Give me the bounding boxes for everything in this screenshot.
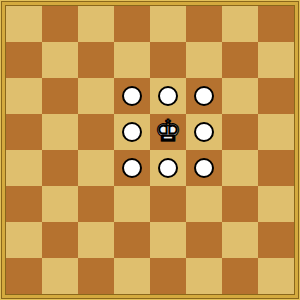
square-b1[interactable]: [42, 258, 78, 294]
square-d3[interactable]: [114, 186, 150, 222]
square-h4[interactable]: [258, 150, 294, 186]
square-c7[interactable]: [78, 42, 114, 78]
square-a4[interactable]: [6, 150, 42, 186]
square-h3[interactable]: [258, 186, 294, 222]
move-hint-d6: [122, 86, 142, 106]
move-hint-f6: [194, 86, 214, 106]
square-e1[interactable]: [150, 258, 186, 294]
square-c8[interactable]: [78, 6, 114, 42]
square-d1[interactable]: [114, 258, 150, 294]
square-g4[interactable]: [222, 150, 258, 186]
square-g7[interactable]: [222, 42, 258, 78]
square-d2[interactable]: [114, 222, 150, 258]
square-e6[interactable]: [150, 78, 186, 114]
square-d6[interactable]: [114, 78, 150, 114]
square-c5[interactable]: [78, 114, 114, 150]
move-hint-e4: [158, 158, 178, 178]
square-f4[interactable]: [186, 150, 222, 186]
square-a6[interactable]: [6, 78, 42, 114]
square-a2[interactable]: [6, 222, 42, 258]
square-a3[interactable]: [6, 186, 42, 222]
square-h8[interactable]: [258, 6, 294, 42]
square-g2[interactable]: [222, 222, 258, 258]
square-c2[interactable]: [78, 222, 114, 258]
square-h2[interactable]: [258, 222, 294, 258]
square-e8[interactable]: [150, 6, 186, 42]
square-g3[interactable]: [222, 186, 258, 222]
square-e7[interactable]: [150, 42, 186, 78]
square-b4[interactable]: [42, 150, 78, 186]
square-c6[interactable]: [78, 78, 114, 114]
square-e2[interactable]: [150, 222, 186, 258]
square-b8[interactable]: [42, 6, 78, 42]
square-c4[interactable]: [78, 150, 114, 186]
square-d8[interactable]: [114, 6, 150, 42]
square-b2[interactable]: [42, 222, 78, 258]
square-e4[interactable]: [150, 150, 186, 186]
square-b6[interactable]: [42, 78, 78, 114]
square-a7[interactable]: [6, 42, 42, 78]
square-d4[interactable]: [114, 150, 150, 186]
square-f2[interactable]: [186, 222, 222, 258]
square-g8[interactable]: [222, 6, 258, 42]
move-hint-f4: [194, 158, 214, 178]
square-h5[interactable]: [258, 114, 294, 150]
square-b5[interactable]: [42, 114, 78, 150]
square-f7[interactable]: [186, 42, 222, 78]
square-f8[interactable]: [186, 6, 222, 42]
move-hint-f5: [194, 122, 214, 142]
square-a1[interactable]: [6, 258, 42, 294]
square-h7[interactable]: [258, 42, 294, 78]
square-g6[interactable]: [222, 78, 258, 114]
square-b3[interactable]: [42, 186, 78, 222]
square-f3[interactable]: [186, 186, 222, 222]
square-c1[interactable]: [78, 258, 114, 294]
board-frame: ♚: [0, 0, 300, 300]
square-b7[interactable]: [42, 42, 78, 78]
square-e5[interactable]: ♚: [150, 114, 186, 150]
square-d5[interactable]: [114, 114, 150, 150]
square-c3[interactable]: [78, 186, 114, 222]
square-f1[interactable]: [186, 258, 222, 294]
square-g5[interactable]: [222, 114, 258, 150]
square-f5[interactable]: [186, 114, 222, 150]
square-a5[interactable]: [6, 114, 42, 150]
square-a8[interactable]: [6, 6, 42, 42]
square-g1[interactable]: [222, 258, 258, 294]
white-king[interactable]: ♚: [155, 113, 182, 149]
move-hint-e6: [158, 86, 178, 106]
square-d7[interactable]: [114, 42, 150, 78]
square-h6[interactable]: [258, 78, 294, 114]
move-hint-d5: [122, 122, 142, 142]
square-f6[interactable]: [186, 78, 222, 114]
square-h1[interactable]: [258, 258, 294, 294]
move-hint-d4: [122, 158, 142, 178]
chess-board: ♚: [6, 6, 294, 294]
square-e3[interactable]: [150, 186, 186, 222]
